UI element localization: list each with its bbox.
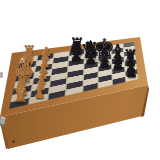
chess-set-photo: ♜♞♟♞♚♜♛♝♟♟♝♜♞♟♟♟♟♟♟♝♟♟♛♟♟♚♟♝♟♞♟♜ xyxy=(0,0,160,160)
box-clasp-icon xyxy=(0,72,3,78)
wood-knot xyxy=(12,140,15,143)
